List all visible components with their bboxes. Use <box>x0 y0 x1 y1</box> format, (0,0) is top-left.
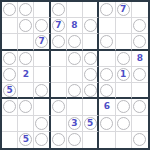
cell-r2c6[interactable] <box>83 18 99 34</box>
cell-r5c5[interactable] <box>67 67 83 83</box>
cell-r9c8[interactable] <box>116 132 132 148</box>
cell-r1c4[interactable] <box>51 2 67 18</box>
odd-circle-marker <box>3 52 16 65</box>
cell-r1c2[interactable] <box>18 2 34 18</box>
odd-circle-marker <box>19 100 32 113</box>
cell-r5c1[interactable] <box>2 67 18 83</box>
given-digit: 1 <box>120 70 126 79</box>
cell-r8c7[interactable] <box>99 116 115 132</box>
odd-circle-marker <box>84 52 97 65</box>
cell-r5c3[interactable] <box>34 67 50 83</box>
given-digit: 5 <box>87 119 93 128</box>
cell-r4c8[interactable] <box>116 51 132 67</box>
cell-r6c4[interactable] <box>51 83 67 99</box>
cell-r1c1[interactable] <box>2 2 18 18</box>
cell-r6c7[interactable] <box>99 83 115 99</box>
odd-circle-marker: 5 <box>3 84 16 97</box>
odd-circle-marker <box>35 84 48 97</box>
odd-circle-marker <box>133 19 146 32</box>
cell-r5c7[interactable] <box>99 67 115 83</box>
cell-r4c7[interactable] <box>99 51 115 67</box>
cell-r8c1[interactable] <box>2 116 18 132</box>
given-digit: 2 <box>23 70 29 79</box>
odd-circle-marker <box>117 117 130 130</box>
cell-r8c8[interactable] <box>116 116 132 132</box>
cell-r1c9[interactable] <box>132 2 148 18</box>
cell-r7c3[interactable] <box>34 99 50 115</box>
cell-r5c4[interactable] <box>51 67 67 83</box>
odd-circle-marker <box>100 68 113 81</box>
odd-circle-marker <box>68 52 81 65</box>
odd-circle-marker: 5 <box>19 133 32 146</box>
odd-circle-marker <box>133 100 146 113</box>
cell-r6c8[interactable] <box>116 83 132 99</box>
given-digit: 7 <box>38 37 44 46</box>
cell-r7c6[interactable] <box>83 99 99 115</box>
cell-r6c1[interactable]: 5 <box>2 83 18 99</box>
cell-r9c9[interactable] <box>132 132 148 148</box>
given-digit: 7 <box>55 21 61 30</box>
odd-circle-marker <box>19 52 32 65</box>
odd-circle-marker <box>133 133 146 146</box>
cell-r7c2[interactable] <box>18 99 34 115</box>
cell-r3c2[interactable] <box>18 34 34 50</box>
cell-r8c5[interactable]: 3 <box>67 116 83 132</box>
cell-r9c4[interactable] <box>51 132 67 148</box>
cell-r6c9[interactable] <box>132 83 148 99</box>
odd-circle-marker: 1 <box>117 68 130 81</box>
cell-r2c5[interactable]: 8 <box>67 18 83 34</box>
cell-r6c3[interactable] <box>34 83 50 99</box>
cell-r9c2[interactable]: 5 <box>18 132 34 148</box>
given-digit: 7 <box>120 5 126 14</box>
odd-circle-marker <box>84 19 97 32</box>
odd-circle-marker: 7 <box>117 3 130 16</box>
cell-r2c7[interactable] <box>99 18 115 34</box>
odd-circle-marker <box>133 35 146 48</box>
cell-r2c9[interactable] <box>132 18 148 34</box>
cell-r3c5[interactable] <box>67 34 83 50</box>
given-digit: 3 <box>71 119 77 128</box>
cell-r2c3[interactable] <box>34 18 50 34</box>
cell-r3c8[interactable] <box>116 34 132 50</box>
cell-r2c1[interactable] <box>2 18 18 34</box>
odd-circle-marker <box>68 35 81 48</box>
cell-r3c9[interactable] <box>132 34 148 50</box>
odd-circle-marker <box>19 3 32 16</box>
odd-circle-marker: 5 <box>84 117 97 130</box>
odd-circle-marker <box>52 35 65 48</box>
cell-r6c5[interactable] <box>67 83 83 99</box>
odd-circle-marker <box>100 35 113 48</box>
cell-r7c9[interactable] <box>132 99 148 115</box>
cell-r1c6[interactable] <box>83 2 99 18</box>
odd-circle-marker <box>52 100 65 113</box>
cell-r4c9[interactable]: 8 <box>132 51 148 67</box>
cell-r6c6[interactable] <box>83 83 99 99</box>
cell-r3c6[interactable] <box>83 34 99 50</box>
cell-r8c9[interactable] <box>132 116 148 132</box>
odd-circle-marker <box>100 117 113 130</box>
cell-r1c7[interactable] <box>99 2 115 18</box>
odd-circle-marker <box>100 84 113 97</box>
cell-r9c6[interactable] <box>83 132 99 148</box>
cell-r8c3[interactable] <box>34 116 50 132</box>
cell-r4c1[interactable] <box>2 51 18 67</box>
cell-r7c4[interactable] <box>51 99 67 115</box>
cell-r8c4[interactable] <box>51 116 67 132</box>
odd-circle-marker <box>133 68 146 81</box>
odd-circle-marker <box>84 84 97 97</box>
odd-circle-marker <box>52 3 65 16</box>
odd-circle-marker <box>84 68 97 81</box>
sudoku-board: 778782156355 <box>0 0 150 150</box>
odd-circle-marker <box>68 133 81 146</box>
cell-r8c6[interactable]: 5 <box>83 116 99 132</box>
odd-circle-marker <box>19 19 32 32</box>
given-digit: 6 <box>104 102 110 111</box>
odd-circle-marker <box>100 3 113 16</box>
cell-r7c7[interactable]: 6 <box>99 99 115 115</box>
cell-r9c7[interactable] <box>99 132 115 148</box>
given-digit: 5 <box>23 135 29 144</box>
odd-circle-marker <box>35 19 48 32</box>
cell-r6c2[interactable] <box>18 83 34 99</box>
cell-r1c8[interactable]: 7 <box>116 2 132 18</box>
cell-r3c4[interactable] <box>51 34 67 50</box>
odd-circle-marker <box>68 84 81 97</box>
cell-r5c2[interactable]: 2 <box>18 67 34 83</box>
cell-r3c3[interactable]: 7 <box>34 34 50 50</box>
given-digit: 8 <box>71 21 77 30</box>
cell-r4c4[interactable] <box>51 51 67 67</box>
odd-circle-marker <box>117 52 130 65</box>
odd-circle-marker <box>3 3 16 16</box>
cell-r7c8[interactable] <box>116 99 132 115</box>
odd-circle-marker <box>3 68 16 81</box>
odd-circle-marker: 7 <box>35 35 48 48</box>
cell-r3c1[interactable] <box>2 34 18 50</box>
cell-r8c2[interactable] <box>18 116 34 132</box>
odd-circle-marker <box>117 100 130 113</box>
cell-r9c3[interactable] <box>34 132 50 148</box>
given-digit: 5 <box>6 86 12 95</box>
cell-r7c5[interactable] <box>67 99 83 115</box>
cell-r4c3[interactable] <box>34 51 50 67</box>
cell-r9c1[interactable] <box>2 132 18 148</box>
cell-r1c5[interactable] <box>67 2 83 18</box>
cell-r7c1[interactable] <box>2 99 18 115</box>
cell-r1c3[interactable] <box>34 2 50 18</box>
cell-r4c5[interactable] <box>67 51 83 67</box>
cell-r2c4[interactable]: 7 <box>51 18 67 34</box>
cell-r2c8[interactable] <box>116 18 132 34</box>
cell-r4c6[interactable] <box>83 51 99 67</box>
cell-r2c2[interactable] <box>18 18 34 34</box>
odd-circle-marker <box>35 133 48 146</box>
odd-circle-marker: 3 <box>68 117 81 130</box>
odd-circle-marker <box>52 133 65 146</box>
cell-r5c6[interactable] <box>83 67 99 83</box>
odd-circle-marker <box>3 100 16 113</box>
cell-r4c2[interactable] <box>18 51 34 67</box>
cell-r5c8[interactable]: 1 <box>116 67 132 83</box>
cell-r3c7[interactable] <box>99 34 115 50</box>
odd-circle-marker: 7 <box>52 19 65 32</box>
cell-r9c5[interactable] <box>67 132 83 148</box>
odd-circle-marker <box>35 117 48 130</box>
given-digit: 8 <box>137 54 143 63</box>
cell-r5c9[interactable] <box>132 67 148 83</box>
